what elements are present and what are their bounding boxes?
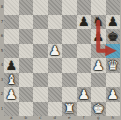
square-h8[interactable] <box>106 0 121 15</box>
square-d3[interactable] <box>48 73 63 88</box>
square-e6[interactable] <box>62 29 77 44</box>
square-b8[interactable] <box>19 0 34 15</box>
file-label: a <box>4 116 19 120</box>
square-e2[interactable] <box>62 87 77 102</box>
file-label: e <box>62 116 77 120</box>
square-a5[interactable] <box>4 44 19 59</box>
white-rook[interactable]: ♜ <box>62 102 77 117</box>
black-pawn[interactable]: ♟ <box>106 15 121 30</box>
board-grid: ♟♞♟♟♚♟♟♟♛♝♟♟♟♜♚ <box>4 0 120 116</box>
white-king[interactable]: ♚ <box>91 102 106 117</box>
square-e3[interactable] <box>62 73 77 88</box>
square-e4[interactable] <box>62 58 77 73</box>
file-label: g <box>91 116 106 120</box>
square-a7[interactable] <box>4 15 19 30</box>
square-d1[interactable] <box>48 102 63 117</box>
square-f8[interactable] <box>77 0 92 15</box>
square-e1[interactable]: ♜ <box>62 102 77 117</box>
square-f1[interactable] <box>77 102 92 117</box>
white-bishop[interactable]: ♝ <box>4 73 19 88</box>
black-knight[interactable]: ♞ <box>91 15 106 30</box>
square-c1[interactable] <box>33 102 48 117</box>
square-f3[interactable] <box>77 73 92 88</box>
square-a3[interactable]: ♝ <box>4 73 19 88</box>
square-g3[interactable] <box>91 73 106 88</box>
square-b1[interactable] <box>19 102 34 117</box>
black-pawn[interactable]: ♟ <box>77 15 92 30</box>
square-d8[interactable] <box>48 0 63 15</box>
file-label: f <box>77 116 92 120</box>
square-e8[interactable] <box>62 0 77 15</box>
square-f2[interactable]: ♟ <box>77 87 92 102</box>
file-label: d <box>48 116 63 120</box>
square-h7[interactable]: ♟ <box>106 15 121 30</box>
white-pawn[interactable]: ♟ <box>4 87 19 102</box>
square-b6[interactable] <box>19 29 34 44</box>
square-f5[interactable] <box>77 44 92 59</box>
square-h3[interactable] <box>106 73 121 88</box>
white-pawn[interactable]: ♟ <box>106 87 121 102</box>
square-b4[interactable] <box>19 58 34 73</box>
white-pawn[interactable]: ♟ <box>77 87 92 102</box>
square-b2[interactable] <box>19 87 34 102</box>
square-f7[interactable]: ♟ <box>77 15 92 30</box>
square-c5[interactable] <box>33 44 48 59</box>
square-d4[interactable] <box>48 58 63 73</box>
square-h6[interactable]: ♚ <box>106 29 121 44</box>
square-d2[interactable] <box>48 87 63 102</box>
square-a2[interactable]: ♟ <box>4 87 19 102</box>
square-g4[interactable]: ♟ <box>91 58 106 73</box>
square-h5[interactable] <box>106 44 121 59</box>
square-c6[interactable] <box>33 29 48 44</box>
file-coordinates: abcdefgh <box>4 116 120 120</box>
file-label: c <box>33 116 48 120</box>
square-g8[interactable] <box>91 0 106 15</box>
square-d6[interactable] <box>48 29 63 44</box>
square-c4[interactable] <box>33 58 48 73</box>
square-c8[interactable] <box>33 0 48 15</box>
square-d5[interactable]: ♟ <box>48 44 63 59</box>
square-g1[interactable]: ♚ <box>91 102 106 117</box>
square-g5[interactable] <box>91 44 106 59</box>
square-c7[interactable] <box>33 15 48 30</box>
square-d7[interactable] <box>48 15 63 30</box>
white-pawn[interactable]: ♟ <box>91 58 106 73</box>
square-e7[interactable] <box>62 15 77 30</box>
black-king[interactable]: ♚ <box>106 29 121 44</box>
square-b7[interactable] <box>19 15 34 30</box>
square-a4[interactable]: ♟ <box>4 58 19 73</box>
square-a6[interactable] <box>4 29 19 44</box>
square-f4[interactable] <box>77 58 92 73</box>
square-f6[interactable] <box>77 29 92 44</box>
chess-board: 87654321 ♟♞♟♟♚♟♟♟♛♝♟♟♟♜♚ abcdefgh <box>0 0 120 120</box>
white-pawn[interactable]: ♟ <box>48 44 63 59</box>
black-pawn[interactable]: ♟ <box>91 29 106 44</box>
square-h4[interactable]: ♛ <box>106 58 121 73</box>
square-e5[interactable] <box>62 44 77 59</box>
square-g7[interactable]: ♞ <box>91 15 106 30</box>
square-c3[interactable] <box>33 73 48 88</box>
square-g2[interactable] <box>91 87 106 102</box>
white-queen[interactable]: ♛ <box>106 58 121 73</box>
file-label: b <box>19 116 34 120</box>
square-b5[interactable] <box>19 44 34 59</box>
square-h1[interactable] <box>106 102 121 117</box>
square-h2[interactable]: ♟ <box>106 87 121 102</box>
square-a8[interactable] <box>4 0 19 15</box>
square-c2[interactable] <box>33 87 48 102</box>
file-label: h <box>106 116 121 120</box>
square-g6[interactable]: ♟ <box>91 29 106 44</box>
square-b3[interactable] <box>19 73 34 88</box>
black-pawn[interactable]: ♟ <box>4 58 19 73</box>
square-a1[interactable] <box>4 102 19 117</box>
